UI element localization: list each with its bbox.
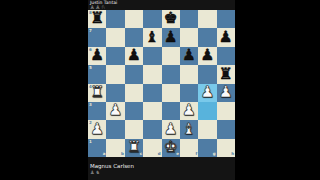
square-g7[interactable] xyxy=(198,28,216,46)
square-b7[interactable] xyxy=(106,28,124,46)
square-a5[interactable]: 5 xyxy=(88,65,106,83)
square-f8[interactable] xyxy=(180,10,198,28)
bottom-player-bar: Magnus Carlsen ♟♞ xyxy=(88,157,235,180)
piece-black-pawn-c6[interactable]: ♟ xyxy=(127,48,141,64)
captured-piece-icon: ♟ xyxy=(90,170,94,175)
piece-white-pawn-a2[interactable]: ♟ xyxy=(90,122,104,138)
square-d3[interactable] xyxy=(143,102,161,120)
square-d7[interactable]: ♝ xyxy=(143,28,161,46)
piece-black-pawn-a6[interactable]: ♟ xyxy=(90,48,104,64)
rank-label-4: 4 xyxy=(89,85,92,89)
piece-white-pawn-g4[interactable]: ♟ xyxy=(200,85,214,101)
square-c7[interactable] xyxy=(125,28,143,46)
square-e7[interactable]: ♟ xyxy=(162,28,180,46)
square-f7[interactable] xyxy=(180,28,198,46)
square-d8[interactable] xyxy=(143,10,161,28)
piece-black-pawn-h7[interactable]: ♟ xyxy=(219,30,233,46)
square-b5[interactable] xyxy=(106,65,124,83)
square-f5[interactable] xyxy=(180,65,198,83)
square-a1[interactable]: 1a xyxy=(88,139,106,157)
file-label-c: c xyxy=(140,152,142,156)
rank-label-1: 1 xyxy=(89,140,92,144)
square-c1[interactable]: c♜ xyxy=(125,139,143,157)
square-b3[interactable]: ♟ xyxy=(106,102,124,120)
square-e1[interactable]: e♚ xyxy=(162,139,180,157)
square-g4[interactable]: ♟ xyxy=(198,84,216,102)
square-f1[interactable]: f xyxy=(180,139,198,157)
square-g3[interactable] xyxy=(198,102,216,120)
square-a8[interactable]: 8♜ xyxy=(88,10,106,28)
square-e3[interactable] xyxy=(162,102,180,120)
square-h1[interactable]: h xyxy=(217,139,235,157)
piece-black-pawn-g6[interactable]: ♟ xyxy=(200,48,214,64)
piece-white-pawn-b3[interactable]: ♟ xyxy=(109,103,123,119)
square-e2[interactable]: ♟ xyxy=(162,120,180,138)
square-c3[interactable] xyxy=(125,102,143,120)
piece-white-rook-a4[interactable]: ♜ xyxy=(90,85,104,101)
rank-label-3: 3 xyxy=(89,103,92,107)
square-f4[interactable] xyxy=(180,84,198,102)
square-d4[interactable] xyxy=(143,84,161,102)
square-b8[interactable] xyxy=(106,10,124,28)
square-c5[interactable] xyxy=(125,65,143,83)
square-b6[interactable] xyxy=(106,47,124,65)
square-b1[interactable]: b xyxy=(106,139,124,157)
file-label-b: b xyxy=(121,152,124,156)
square-h5[interactable]: ♜ xyxy=(217,65,235,83)
square-a2[interactable]: 2♟ xyxy=(88,120,106,138)
square-h6[interactable] xyxy=(217,47,235,65)
file-label-f: f xyxy=(196,152,198,156)
file-label-g: g xyxy=(213,152,216,156)
square-a7[interactable]: 7 xyxy=(88,28,106,46)
square-e4[interactable] xyxy=(162,84,180,102)
piece-black-pawn-f6[interactable]: ♟ xyxy=(182,48,196,64)
piece-white-pawn-e2[interactable]: ♟ xyxy=(164,122,178,138)
square-e6[interactable] xyxy=(162,47,180,65)
square-g2[interactable] xyxy=(198,120,216,138)
square-h3[interactable] xyxy=(217,102,235,120)
square-d2[interactable] xyxy=(143,120,161,138)
file-label-d: d xyxy=(158,152,161,156)
video-frame: Justin Tantai ♙♙♘ 8♜♚7♝♟♟6♟♟♟♟5♜4♜♟♟3♟♟2… xyxy=(0,0,320,180)
file-label-e: e xyxy=(176,152,179,156)
captured-piece-icon: ♞ xyxy=(95,170,99,175)
square-a6[interactable]: 6♟ xyxy=(88,47,106,65)
rank-label-5: 5 xyxy=(89,66,92,70)
bottom-player-name: Magnus Carlsen xyxy=(90,163,235,170)
file-label-h: h xyxy=(231,152,234,156)
bottom-captured-pieces: ♟♞ xyxy=(90,170,235,175)
square-b2[interactable] xyxy=(106,120,124,138)
piece-black-bishop-d7[interactable]: ♝ xyxy=(145,30,159,46)
square-d6[interactable] xyxy=(143,47,161,65)
square-g5[interactable] xyxy=(198,65,216,83)
rank-label-7: 7 xyxy=(89,29,92,33)
square-h2[interactable] xyxy=(217,120,235,138)
piece-white-bishop-f2[interactable]: ♝ xyxy=(182,122,196,138)
square-h8[interactable] xyxy=(217,10,235,28)
square-g8[interactable] xyxy=(198,10,216,28)
square-a3[interactable]: 3 xyxy=(88,102,106,120)
square-f3[interactable]: ♟ xyxy=(180,102,198,120)
rank-label-2: 2 xyxy=(89,121,92,125)
square-g1[interactable]: g xyxy=(198,139,216,157)
square-c2[interactable] xyxy=(125,120,143,138)
square-a4[interactable]: 4♜ xyxy=(88,84,106,102)
piece-white-pawn-f3[interactable]: ♟ xyxy=(182,103,196,119)
square-c8[interactable] xyxy=(125,10,143,28)
top-player-bar: Justin Tantai ♙♙♘ xyxy=(88,0,235,10)
square-f6[interactable]: ♟ xyxy=(180,47,198,65)
square-c6[interactable]: ♟ xyxy=(125,47,143,65)
square-g6[interactable]: ♟ xyxy=(198,47,216,65)
square-h7[interactable]: ♟ xyxy=(217,28,235,46)
piece-black-king-e8[interactable]: ♚ xyxy=(164,11,178,27)
rank-label-8: 8 xyxy=(89,11,92,15)
square-h4[interactable]: ♟ xyxy=(217,84,235,102)
piece-black-pawn-e7[interactable]: ♟ xyxy=(164,30,178,46)
square-b4[interactable] xyxy=(106,84,124,102)
square-f2[interactable]: ♝ xyxy=(180,120,198,138)
square-d5[interactable] xyxy=(143,65,161,83)
piece-white-pawn-h4[interactable]: ♟ xyxy=(219,85,233,101)
app-strip: Justin Tantai ♙♙♘ 8♜♚7♝♟♟6♟♟♟♟5♜4♜♟♟3♟♟2… xyxy=(88,0,235,180)
square-e8[interactable]: ♚ xyxy=(162,10,180,28)
square-d1[interactable]: d xyxy=(143,139,161,157)
piece-black-rook-h5[interactable]: ♜ xyxy=(219,67,233,83)
file-label-a: a xyxy=(103,152,106,156)
square-c4[interactable] xyxy=(125,84,143,102)
square-e5[interactable] xyxy=(162,65,180,83)
rank-label-6: 6 xyxy=(89,48,92,52)
chess-board[interactable]: 8♜♚7♝♟♟6♟♟♟♟5♜4♜♟♟3♟♟2♟♟♝1abc♜de♚fgh xyxy=(88,10,235,157)
piece-black-rook-a8[interactable]: ♜ xyxy=(90,11,104,27)
